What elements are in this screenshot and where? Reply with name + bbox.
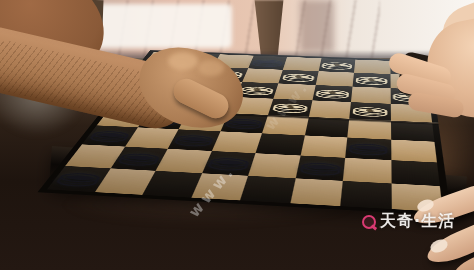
- board-square: [240, 175, 295, 203]
- board-square: [390, 121, 434, 142]
- piece-glyph: ⛂: [249, 57, 286, 68]
- white-piece: ⛂♞: [354, 74, 390, 87]
- q-circle-icon: [362, 215, 376, 229]
- black-piece: ⛂: [170, 131, 218, 149]
- brand-watermark-text: 天奇·生活: [380, 211, 455, 232]
- brand-watermark: 天奇·生活: [362, 211, 455, 232]
- white-piece-emblem: ♞: [331, 63, 343, 67]
- white-piece: ⛂♞: [313, 87, 351, 101]
- deck-shadow-band: [300, 0, 334, 52]
- board-square: ⛂: [248, 56, 287, 70]
- white-piece-emblem: ♞: [326, 90, 339, 94]
- board-square: ⛂♞: [312, 85, 353, 102]
- q-tail: [371, 224, 377, 230]
- board-square: [343, 158, 391, 183]
- board-square: [304, 117, 349, 137]
- board-square: [290, 178, 343, 206]
- white-piece: ⛂♞: [350, 104, 389, 119]
- board-square: [248, 153, 300, 178]
- board-square: ⛂: [168, 129, 220, 151]
- black-piece: ⛂: [297, 158, 344, 178]
- piece-glyph: ⛂: [297, 158, 344, 178]
- white-piece-emblem: ♞: [250, 87, 264, 91]
- checkers-photo-scene: ⛃⛂⛂♞⛂♞⛂♞⛂♞⛂♞⛂♞⛂♞⛂♞⛂♞⛂♞⛂⛂♞⛂♞⛂⛂⛂⛂⛂⛂⛂⛂⛂ www…: [0, 0, 474, 270]
- left-hand-knuckle: [198, 60, 224, 76]
- piece-glyph: ⛂: [346, 139, 389, 157]
- board-square: ⛂: [295, 155, 345, 180]
- board-square: [391, 139, 437, 162]
- left-hand-knuckle: [168, 52, 198, 70]
- white-piece-emblem: ♞: [363, 108, 377, 113]
- board-square: [255, 133, 304, 155]
- board-square: [308, 100, 351, 119]
- black-piece: ⛂: [249, 57, 286, 68]
- board-square: ⛂: [345, 137, 391, 160]
- board-square: [391, 160, 440, 186]
- deck-highlight-band: [84, 4, 232, 48]
- white-piece-emblem: ♞: [365, 77, 377, 81]
- board-square: [340, 181, 391, 209]
- board-square: ⛂♞: [318, 58, 355, 72]
- board-square: ⛂♞: [353, 72, 391, 88]
- white-piece: ⛂♞: [319, 60, 354, 72]
- board-square: ⛂♞: [349, 102, 390, 121]
- piece-glyph: ⛂: [170, 131, 218, 149]
- black-piece: ⛂: [346, 139, 389, 157]
